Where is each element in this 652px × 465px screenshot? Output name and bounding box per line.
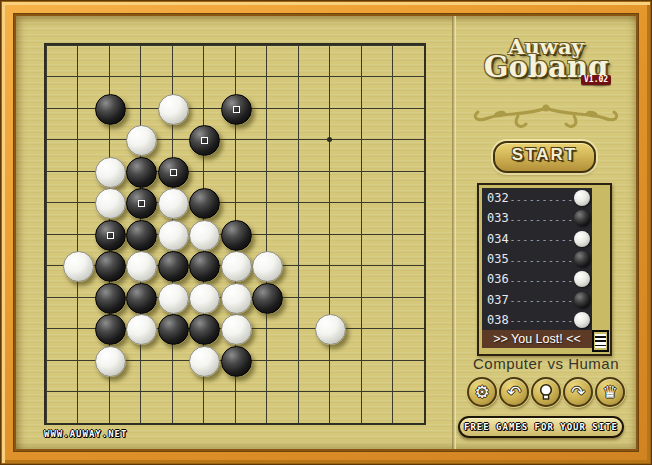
control-buttons: ⚙ ↶ ↷ ♛ — [456, 377, 636, 407]
white-stone — [158, 283, 189, 314]
move-number: 036 — [487, 272, 509, 286]
winning-stone-marker — [170, 169, 177, 176]
move-list-row: 037---------------- — [482, 289, 592, 309]
game-window: WWW.AUWAY.NET Auway Gobang V1.02 — [0, 0, 652, 465]
black-stone-icon — [574, 292, 590, 308]
white-stone — [315, 314, 346, 345]
move-list-row: 034---------------- — [482, 229, 592, 249]
white-stone-icon — [574, 312, 590, 328]
move-list-row: 032---------------- — [482, 188, 592, 208]
content-area: WWW.AUWAY.NET Auway Gobang V1.02 — [16, 16, 636, 449]
black-stone — [126, 157, 157, 188]
black-stone — [126, 220, 157, 251]
white-stone — [63, 251, 94, 282]
white-stone — [252, 251, 283, 282]
move-list-menu-icon[interactable] — [592, 330, 609, 352]
move-list-panel: 032----------------033----------------03… — [477, 183, 612, 356]
move-list-row: 033---------------- — [482, 208, 592, 228]
black-stone — [189, 314, 220, 345]
start-button[interactable]: START — [493, 141, 596, 173]
redo-button[interactable]: ↷ — [563, 377, 593, 407]
move-leader-dashes: ---------------- — [510, 195, 572, 205]
black-stone — [189, 251, 220, 282]
black-stone — [126, 188, 157, 219]
black-stone — [95, 94, 126, 125]
white-stone-icon — [574, 271, 590, 287]
settings-button[interactable]: ⚙ — [467, 377, 497, 407]
white-stone — [189, 346, 220, 377]
black-stone — [95, 251, 126, 282]
move-number: 037 — [487, 293, 509, 307]
white-stone — [189, 283, 220, 314]
white-stone-icon — [574, 231, 590, 247]
move-leader-dashes: ---------------- — [510, 215, 572, 225]
gobang-board[interactable] — [44, 43, 426, 425]
black-stone — [189, 188, 220, 219]
move-list[interactable]: 032----------------033----------------03… — [482, 188, 592, 330]
black-stone — [221, 346, 252, 377]
white-stone — [95, 188, 126, 219]
black-stone-icon — [574, 210, 590, 226]
free-games-banner[interactable]: FREE GAMES FOR YOUR SITE — [458, 416, 624, 438]
redo-arrow-icon: ↷ — [571, 384, 585, 401]
move-leader-dashes: ---------------- — [510, 256, 572, 266]
move-leader-dashes: ---------------- — [510, 316, 572, 326]
winning-stone-marker — [233, 106, 240, 113]
game-mode-label: Computer vs Human — [456, 355, 636, 372]
move-number: 035 — [487, 252, 509, 266]
undo-arrow-icon: ↶ — [507, 384, 521, 401]
black-stone — [158, 157, 189, 188]
version-badge: V1.02 — [581, 75, 611, 85]
white-stone — [95, 346, 126, 377]
move-leader-dashes: ---------------- — [510, 276, 572, 286]
hint-button[interactable] — [531, 377, 561, 407]
black-stone — [95, 314, 126, 345]
winning-stone-marker — [201, 137, 208, 144]
white-stone — [95, 157, 126, 188]
game-logo: Auway Gobang V1.02 — [456, 36, 636, 82]
black-stone — [158, 314, 189, 345]
move-list-row: 035---------------- — [482, 249, 592, 269]
move-number: 038 — [487, 313, 509, 327]
crown-icon: ♛ — [602, 384, 617, 401]
move-list-row: 036---------------- — [482, 269, 592, 289]
black-stone — [158, 251, 189, 282]
star-point — [327, 137, 332, 142]
move-leader-dashes: ---------------- — [510, 235, 572, 245]
black-stone — [126, 283, 157, 314]
undo-button[interactable]: ↶ — [499, 377, 529, 407]
white-stone — [189, 220, 220, 251]
black-stone-icon — [574, 251, 590, 267]
move-number: 034 — [487, 232, 509, 246]
status-message: >> You Lost! << — [482, 330, 592, 348]
site-url-watermark: WWW.AUWAY.NET — [44, 429, 127, 439]
white-stone — [221, 251, 252, 282]
winning-stone-marker — [138, 200, 145, 207]
white-stone — [126, 314, 157, 345]
black-stone — [95, 220, 126, 251]
black-stone — [189, 125, 220, 156]
move-number: 033 — [487, 211, 509, 225]
black-stone — [221, 220, 252, 251]
white-stone — [158, 94, 189, 125]
move-number: 032 — [487, 191, 509, 205]
lightbulb-icon — [539, 383, 553, 401]
flourish-ornament-icon — [466, 102, 626, 130]
white-stone — [158, 220, 189, 251]
white-stone — [158, 188, 189, 219]
board-area: WWW.AUWAY.NET — [16, 16, 452, 449]
move-list-row: 038---------------- — [482, 310, 592, 330]
white-stone — [221, 314, 252, 345]
gear-icon: ⚙ — [474, 384, 489, 401]
white-stone — [221, 283, 252, 314]
black-stone — [221, 94, 252, 125]
white-stone-icon — [574, 190, 590, 206]
black-stone — [252, 283, 283, 314]
white-stone — [126, 125, 157, 156]
queen-button[interactable]: ♛ — [595, 377, 625, 407]
white-stone — [126, 251, 157, 282]
sidebar: Auway Gobang V1.02 — [456, 16, 636, 449]
winning-stone-marker — [107, 232, 114, 239]
move-leader-dashes: ---------------- — [510, 296, 572, 306]
black-stone — [95, 283, 126, 314]
